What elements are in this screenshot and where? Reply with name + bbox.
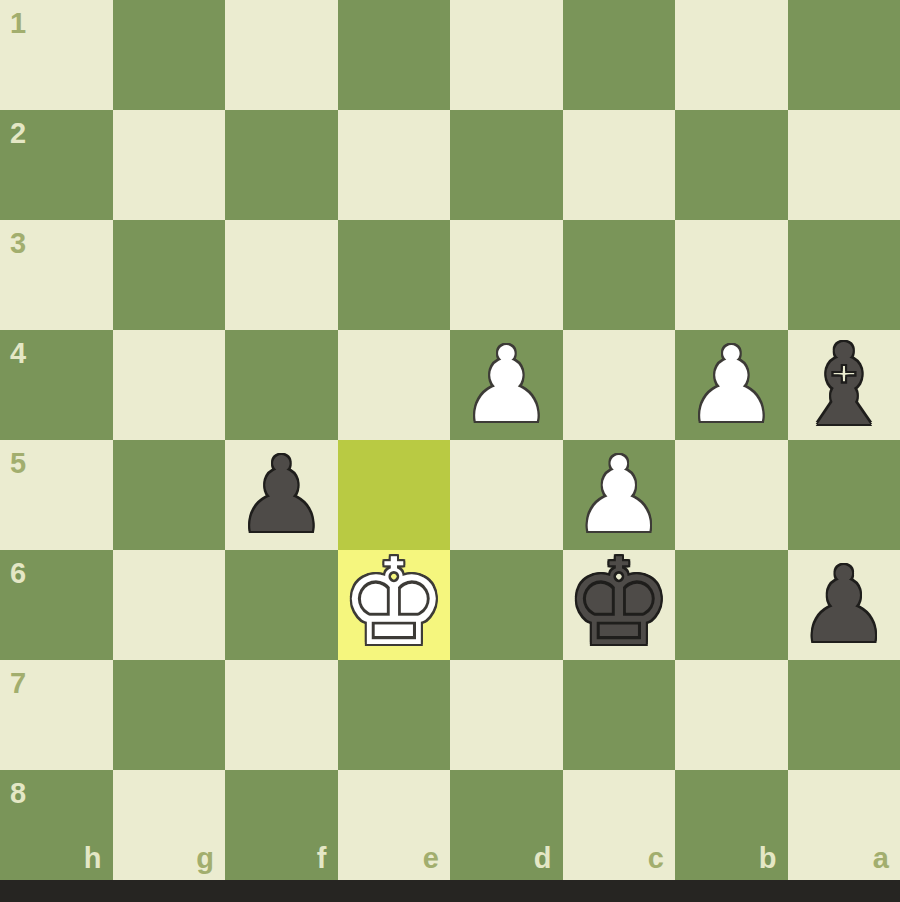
square-h3[interactable]: 3 xyxy=(0,220,113,330)
white-king[interactable]: ♚ xyxy=(338,550,451,660)
rank-label-6: 6 xyxy=(10,559,26,588)
square-f1[interactable] xyxy=(225,0,338,110)
square-g4[interactable] xyxy=(113,330,226,440)
square-c2[interactable] xyxy=(563,110,676,220)
square-b4[interactable]: ♟ xyxy=(675,330,788,440)
square-c6[interactable]: ♚ xyxy=(563,550,676,660)
square-g1[interactable] xyxy=(113,0,226,110)
square-b2[interactable] xyxy=(675,110,788,220)
square-d6[interactable] xyxy=(450,550,563,660)
square-h5[interactable]: 5 xyxy=(0,440,113,550)
square-a2[interactable] xyxy=(788,110,900,220)
square-f6[interactable] xyxy=(225,550,338,660)
square-e1[interactable] xyxy=(338,0,451,110)
file-label-f: f xyxy=(317,844,327,873)
square-f4[interactable] xyxy=(225,330,338,440)
square-d2[interactable] xyxy=(450,110,563,220)
square-b3[interactable] xyxy=(675,220,788,330)
file-label-c: c xyxy=(648,844,664,873)
square-g7[interactable] xyxy=(113,660,226,770)
rank-label-3: 3 xyxy=(10,229,26,258)
file-label-d: d xyxy=(534,844,552,873)
square-c4[interactable] xyxy=(563,330,676,440)
square-g8[interactable]: g xyxy=(113,770,226,880)
rank-label-1: 1 xyxy=(10,9,26,38)
square-h7[interactable]: 7 xyxy=(0,660,113,770)
square-d4[interactable]: ♟ xyxy=(450,330,563,440)
file-label-e: e xyxy=(423,844,439,873)
square-c7[interactable] xyxy=(563,660,676,770)
black-bishop[interactable]: ♝ xyxy=(788,330,900,440)
square-e3[interactable] xyxy=(338,220,451,330)
black-pawn[interactable]: ♟ xyxy=(788,550,900,660)
square-d8[interactable]: d xyxy=(450,770,563,880)
file-label-b: b xyxy=(759,844,777,873)
rank-label-4: 4 xyxy=(10,339,26,368)
rank-label-7: 7 xyxy=(10,669,26,698)
rank-label-8: 8 xyxy=(10,779,26,808)
square-g5[interactable] xyxy=(113,440,226,550)
square-a5[interactable] xyxy=(788,440,900,550)
square-h6[interactable]: 6 xyxy=(0,550,113,660)
square-c8[interactable]: c xyxy=(563,770,676,880)
square-d5[interactable] xyxy=(450,440,563,550)
square-d3[interactable] xyxy=(450,220,563,330)
square-h1[interactable]: 1 xyxy=(0,0,113,110)
black-king[interactable]: ♚ xyxy=(563,550,676,660)
square-e6[interactable]: ♚ xyxy=(338,550,451,660)
square-f8[interactable]: f xyxy=(225,770,338,880)
square-h4[interactable]: 4 xyxy=(0,330,113,440)
white-pawn[interactable]: ♟ xyxy=(450,330,563,440)
square-h8[interactable]: 8h xyxy=(0,770,113,880)
black-pawn[interactable]: ♟ xyxy=(225,440,338,550)
square-g6[interactable] xyxy=(113,550,226,660)
square-f5[interactable]: ♟ xyxy=(225,440,338,550)
square-b7[interactable] xyxy=(675,660,788,770)
chess-board: 1234♟♟♝5♟♟6♚♚♟78hgfedcba xyxy=(0,0,900,880)
square-g2[interactable] xyxy=(113,110,226,220)
square-e8[interactable]: e xyxy=(338,770,451,880)
square-a3[interactable] xyxy=(788,220,900,330)
rank-label-2: 2 xyxy=(10,119,26,148)
rank-label-5: 5 xyxy=(10,449,26,478)
app-background-strip xyxy=(0,880,900,902)
white-pawn[interactable]: ♟ xyxy=(675,330,788,440)
square-b1[interactable] xyxy=(675,0,788,110)
square-f3[interactable] xyxy=(225,220,338,330)
square-h2[interactable]: 2 xyxy=(0,110,113,220)
file-label-a: a xyxy=(873,844,889,873)
square-a7[interactable] xyxy=(788,660,900,770)
file-label-g: g xyxy=(196,844,214,873)
square-a4[interactable]: ♝ xyxy=(788,330,900,440)
square-d1[interactable] xyxy=(450,0,563,110)
square-c1[interactable] xyxy=(563,0,676,110)
square-g3[interactable] xyxy=(113,220,226,330)
square-c3[interactable] xyxy=(563,220,676,330)
square-d7[interactable] xyxy=(450,660,563,770)
file-label-h: h xyxy=(84,844,102,873)
square-e7[interactable] xyxy=(338,660,451,770)
square-f2[interactable] xyxy=(225,110,338,220)
square-b6[interactable] xyxy=(675,550,788,660)
square-a6[interactable]: ♟ xyxy=(788,550,900,660)
square-a8[interactable]: a xyxy=(788,770,900,880)
square-b5[interactable] xyxy=(675,440,788,550)
square-e2[interactable] xyxy=(338,110,451,220)
square-b8[interactable]: b xyxy=(675,770,788,880)
square-a1[interactable] xyxy=(788,0,900,110)
square-e4[interactable] xyxy=(338,330,451,440)
square-f7[interactable] xyxy=(225,660,338,770)
